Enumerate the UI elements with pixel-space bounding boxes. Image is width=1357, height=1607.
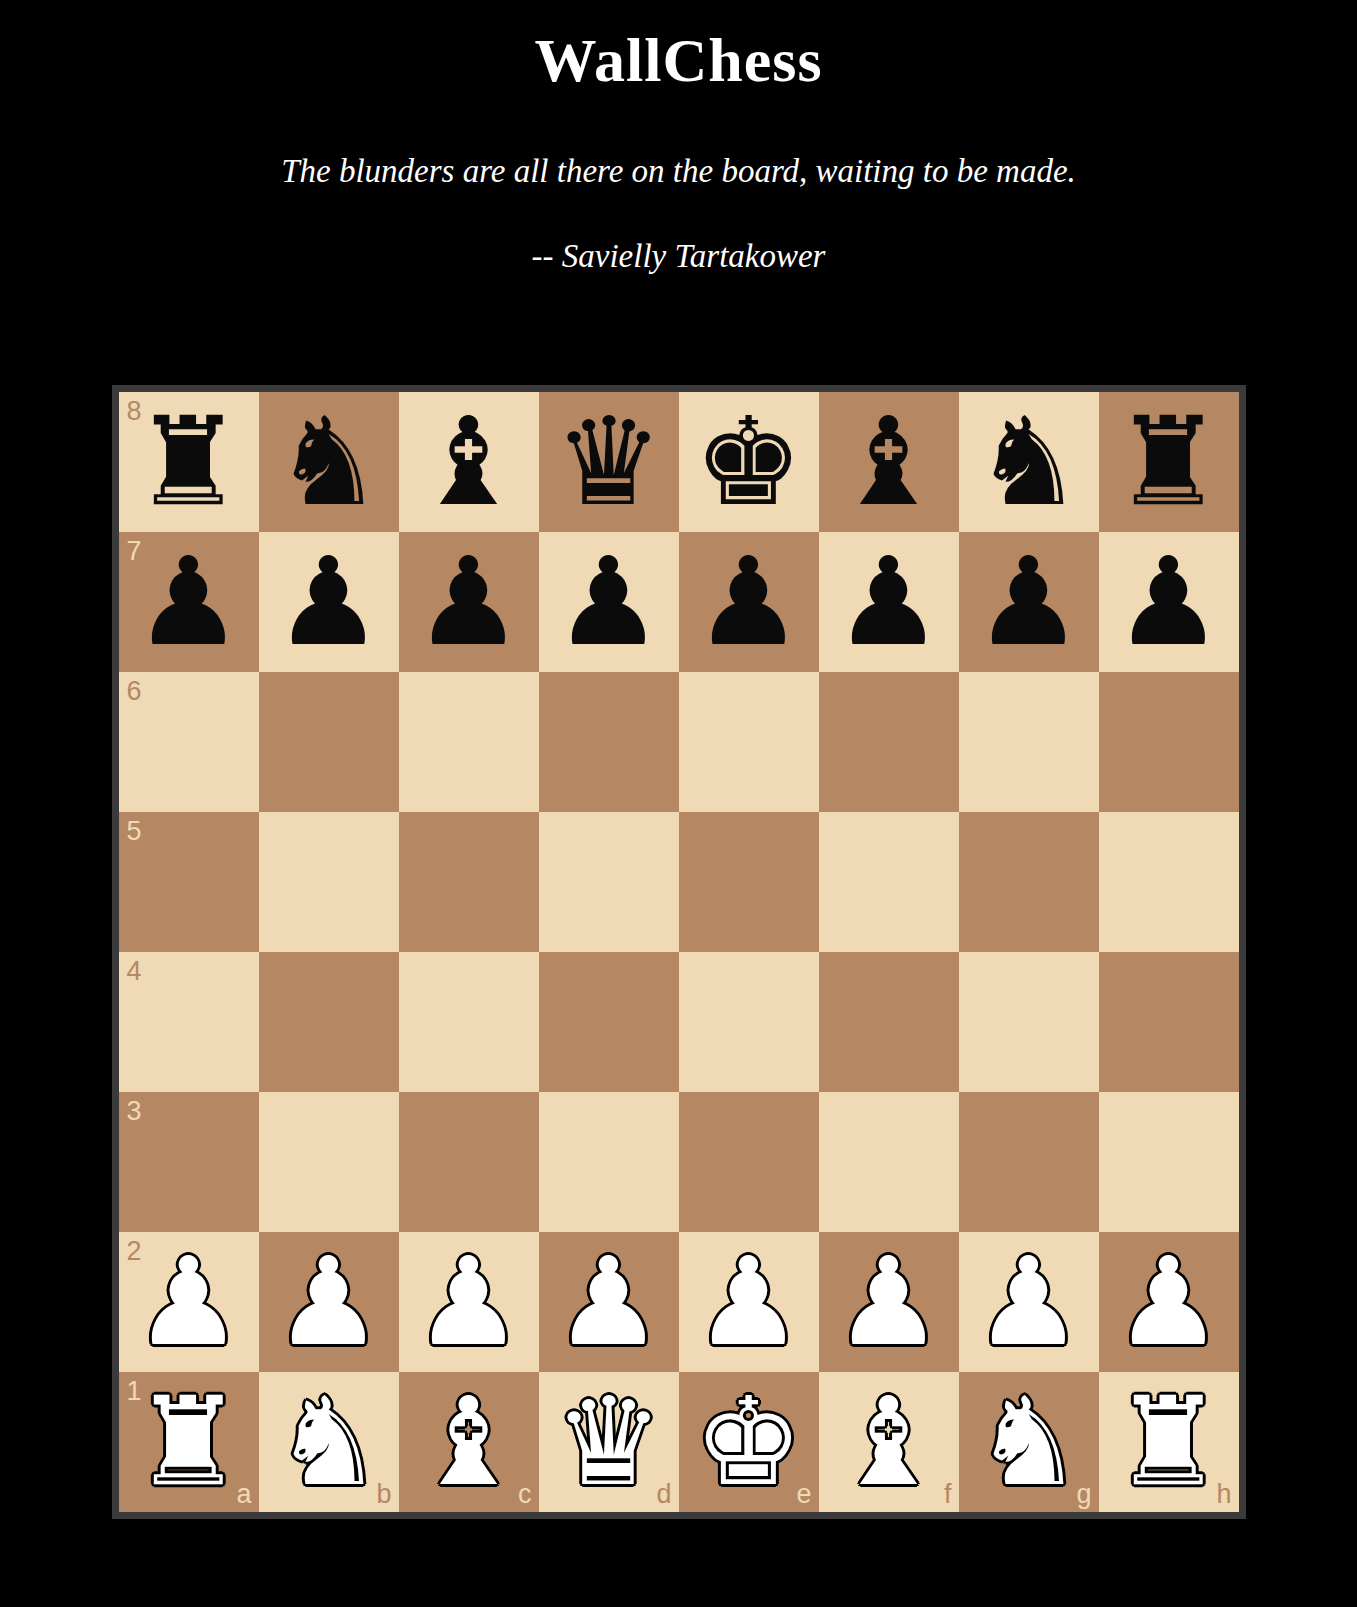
square-a2[interactable]: 2♟: [119, 1232, 259, 1372]
square-d1[interactable]: d♛: [539, 1372, 679, 1512]
square-h7[interactable]: ♟: [1099, 532, 1239, 672]
piece-white-bishop[interactable]: ♝: [819, 1372, 959, 1512]
rank-label-3: 3: [127, 1098, 142, 1125]
square-f6[interactable]: [819, 672, 959, 812]
square-b1[interactable]: b♞: [259, 1372, 399, 1512]
piece-white-pawn[interactable]: ♟: [1099, 1232, 1239, 1372]
square-c5[interactable]: [399, 812, 539, 952]
square-d5[interactable]: [539, 812, 679, 952]
square-e8[interactable]: ♚: [679, 392, 819, 532]
piece-white-pawn[interactable]: ♟: [679, 1232, 819, 1372]
square-h1[interactable]: h♜: [1099, 1372, 1239, 1512]
piece-black-knight[interactable]: ♞: [959, 392, 1099, 532]
square-f3[interactable]: [819, 1092, 959, 1232]
square-h4[interactable]: [1099, 952, 1239, 1092]
square-e3[interactable]: [679, 1092, 819, 1232]
square-c6[interactable]: [399, 672, 539, 812]
piece-white-bishop[interactable]: ♝: [399, 1372, 539, 1512]
square-d8[interactable]: ♛: [539, 392, 679, 532]
square-h8[interactable]: ♜: [1099, 392, 1239, 532]
piece-black-pawn[interactable]: ♟: [1099, 532, 1239, 672]
square-d2[interactable]: ♟: [539, 1232, 679, 1372]
piece-black-bishop[interactable]: ♝: [399, 392, 539, 532]
square-b5[interactable]: [259, 812, 399, 952]
piece-black-pawn[interactable]: ♟: [539, 532, 679, 672]
piece-black-pawn[interactable]: ♟: [679, 532, 819, 672]
square-g8[interactable]: ♞: [959, 392, 1099, 532]
square-b4[interactable]: [259, 952, 399, 1092]
piece-white-pawn[interactable]: ♟: [959, 1232, 1099, 1372]
square-d7[interactable]: ♟: [539, 532, 679, 672]
square-h5[interactable]: [1099, 812, 1239, 952]
square-g4[interactable]: [959, 952, 1099, 1092]
piece-white-knight[interactable]: ♞: [259, 1372, 399, 1512]
square-e2[interactable]: ♟: [679, 1232, 819, 1372]
chess-board: 8♜♞♝♛♚♝♞♜7♟♟♟♟♟♟♟♟65432♟♟♟♟♟♟♟♟1a♜b♞c♝d♛…: [112, 385, 1246, 1519]
square-e7[interactable]: ♟: [679, 532, 819, 672]
square-g6[interactable]: [959, 672, 1099, 812]
square-h6[interactable]: [1099, 672, 1239, 812]
quote-attribution: -- Savielly Tartakower: [0, 238, 1357, 275]
square-g1[interactable]: g♞: [959, 1372, 1099, 1512]
piece-black-rook[interactable]: ♜: [1099, 392, 1239, 532]
piece-black-pawn[interactable]: ♟: [959, 532, 1099, 672]
piece-white-pawn[interactable]: ♟: [259, 1232, 399, 1372]
square-e5[interactable]: [679, 812, 819, 952]
square-c1[interactable]: c♝: [399, 1372, 539, 1512]
piece-white-rook[interactable]: ♜: [119, 1372, 259, 1512]
piece-black-knight[interactable]: ♞: [259, 392, 399, 532]
piece-white-rook[interactable]: ♜: [1099, 1372, 1239, 1512]
page-title: WallChess: [0, 25, 1357, 96]
square-c3[interactable]: [399, 1092, 539, 1232]
square-d4[interactable]: [539, 952, 679, 1092]
square-b3[interactable]: [259, 1092, 399, 1232]
square-b6[interactable]: [259, 672, 399, 812]
square-d3[interactable]: [539, 1092, 679, 1232]
square-h3[interactable]: [1099, 1092, 1239, 1232]
square-a4[interactable]: 4: [119, 952, 259, 1092]
square-g2[interactable]: ♟: [959, 1232, 1099, 1372]
square-g5[interactable]: [959, 812, 1099, 952]
square-a6[interactable]: 6: [119, 672, 259, 812]
square-f2[interactable]: ♟: [819, 1232, 959, 1372]
square-b7[interactable]: ♟: [259, 532, 399, 672]
rank-label-6: 6: [127, 678, 142, 705]
square-e4[interactable]: [679, 952, 819, 1092]
piece-black-king[interactable]: ♚: [679, 392, 819, 532]
square-a5[interactable]: 5: [119, 812, 259, 952]
piece-black-pawn[interactable]: ♟: [259, 532, 399, 672]
piece-black-pawn[interactable]: ♟: [819, 532, 959, 672]
piece-white-king[interactable]: ♚: [679, 1372, 819, 1512]
square-c2[interactable]: ♟: [399, 1232, 539, 1372]
square-e1[interactable]: e♚: [679, 1372, 819, 1512]
square-b8[interactable]: ♞: [259, 392, 399, 532]
piece-white-knight[interactable]: ♞: [959, 1372, 1099, 1512]
square-f7[interactable]: ♟: [819, 532, 959, 672]
piece-white-pawn[interactable]: ♟: [539, 1232, 679, 1372]
square-e6[interactable]: [679, 672, 819, 812]
square-a3[interactable]: 3: [119, 1092, 259, 1232]
square-a8[interactable]: 8♜: [119, 392, 259, 532]
piece-white-pawn[interactable]: ♟: [119, 1232, 259, 1372]
square-c7[interactable]: ♟: [399, 532, 539, 672]
square-b2[interactable]: ♟: [259, 1232, 399, 1372]
square-f1[interactable]: f♝: [819, 1372, 959, 1512]
square-h2[interactable]: ♟: [1099, 1232, 1239, 1372]
piece-black-rook[interactable]: ♜: [119, 392, 259, 532]
piece-black-pawn[interactable]: ♟: [399, 532, 539, 672]
square-c8[interactable]: ♝: [399, 392, 539, 532]
square-g3[interactable]: [959, 1092, 1099, 1232]
square-d6[interactable]: [539, 672, 679, 812]
square-a7[interactable]: 7♟: [119, 532, 259, 672]
piece-white-pawn[interactable]: ♟: [819, 1232, 959, 1372]
piece-white-queen[interactable]: ♛: [539, 1372, 679, 1512]
piece-black-bishop[interactable]: ♝: [819, 392, 959, 532]
piece-black-queen[interactable]: ♛: [539, 392, 679, 532]
rank-label-4: 4: [127, 958, 142, 985]
piece-black-pawn[interactable]: ♟: [119, 532, 259, 672]
square-f5[interactable]: [819, 812, 959, 952]
rank-label-5: 5: [127, 818, 142, 845]
square-g7[interactable]: ♟: [959, 532, 1099, 672]
square-a1[interactable]: 1a♜: [119, 1372, 259, 1512]
square-c4[interactable]: [399, 952, 539, 1092]
square-f8[interactable]: ♝: [819, 392, 959, 532]
square-f4[interactable]: [819, 952, 959, 1092]
quote-text: The blunders are all there on the board,…: [0, 153, 1357, 190]
piece-white-pawn[interactable]: ♟: [399, 1232, 539, 1372]
